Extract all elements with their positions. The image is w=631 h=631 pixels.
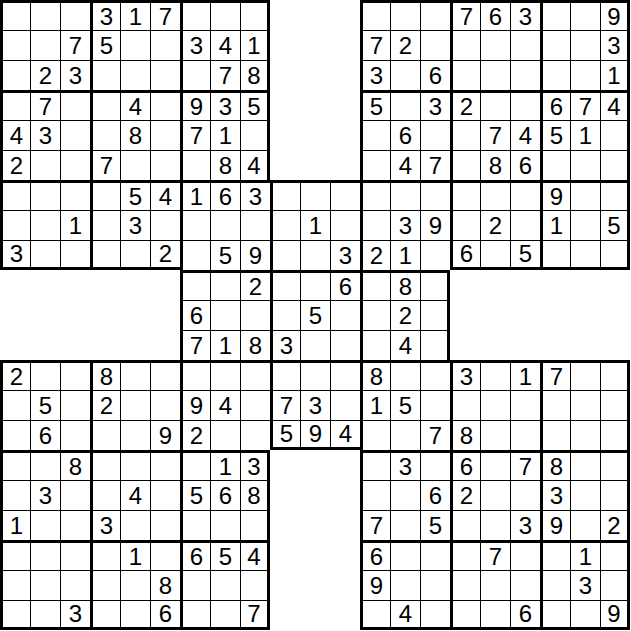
empty-cell-r18c18[interactable] (540, 540, 570, 570)
empty-cell-r20c1[interactable] (30, 600, 60, 630)
empty-cell-r8c6[interactable] (180, 240, 210, 270)
void-area (270, 480, 300, 510)
given-digit-cell-r1c20: 3 (600, 30, 630, 60)
void-area (480, 270, 510, 300)
empty-cell-r17c19[interactable] (570, 510, 600, 540)
empty-cell-r18c0[interactable] (0, 540, 30, 570)
empty-cell-r8c20[interactable] (600, 240, 630, 270)
given-digit-cell-r4c7: 1 (210, 120, 240, 150)
empty-cell-r2c15[interactable] (450, 60, 480, 90)
empty-cell-r6c0[interactable] (0, 180, 30, 210)
empty-cell-r2c16[interactable] (480, 60, 510, 90)
void-area (120, 270, 150, 300)
empty-cell-r1c4[interactable] (120, 30, 150, 60)
empty-cell-r12c7[interactable] (210, 360, 240, 390)
empty-cell-r3c0[interactable] (0, 90, 30, 120)
empty-cell-r6c2[interactable] (60, 180, 90, 210)
empty-cell-r19c14[interactable] (420, 570, 450, 600)
given-digit-cell-r16c7: 6 (210, 480, 240, 510)
empty-cell-r3c16[interactable] (480, 90, 510, 120)
empty-cell-r7c7[interactable] (210, 210, 240, 240)
empty-cell-r19c18[interactable] (540, 570, 570, 600)
empty-cell-r6c20[interactable] (600, 180, 630, 210)
empty-cell-r7c0[interactable] (0, 210, 30, 240)
empty-cell-r19c13[interactable] (390, 570, 420, 600)
given-digit-cell-r13c10: 3 (300, 390, 330, 420)
empty-cell-r0c13[interactable] (390, 0, 420, 30)
empty-cell-r17c8[interactable] (240, 510, 270, 540)
empty-cell-r16c19[interactable] (570, 480, 600, 510)
empty-cell-r12c5[interactable] (150, 360, 180, 390)
empty-cell-r4c5[interactable] (150, 120, 180, 150)
given-digit-cell-r8c13: 1 (390, 240, 420, 270)
given-digit-cell-r8c11: 3 (330, 240, 360, 270)
empty-cell-r19c17[interactable] (510, 570, 540, 600)
empty-cell-r1c14[interactable] (420, 30, 450, 60)
empty-cell-r20c12[interactable] (360, 600, 390, 630)
given-digit-cell-r5c7: 8 (210, 150, 240, 180)
empty-cell-r2c13[interactable] (390, 60, 420, 90)
empty-cell-r13c4[interactable] (120, 390, 150, 420)
empty-cell-r18c15[interactable] (450, 540, 480, 570)
empty-cell-r9c7[interactable] (210, 270, 240, 300)
empty-cell-r0c7[interactable] (210, 0, 240, 30)
empty-cell-r5c2[interactable] (60, 150, 90, 180)
empty-cell-r16c13[interactable] (390, 480, 420, 510)
void-area (300, 30, 330, 60)
empty-cell-r20c0[interactable] (0, 600, 30, 630)
empty-cell-r12c16[interactable] (480, 360, 510, 390)
empty-cell-r15c6[interactable] (180, 450, 210, 480)
empty-cell-r12c8[interactable] (240, 360, 270, 390)
empty-cell-r2c6[interactable] (180, 60, 210, 90)
empty-cell-r7c12[interactable] (360, 210, 390, 240)
empty-cell-r8c14[interactable] (420, 240, 450, 270)
empty-cell-r6c11[interactable] (330, 180, 360, 210)
empty-cell-r12c10[interactable] (300, 360, 330, 390)
given-digit-cell-r6c4: 5 (120, 180, 150, 210)
given-digit-cell-r8c12: 2 (360, 240, 390, 270)
empty-cell-r8c18[interactable] (540, 240, 570, 270)
empty-cell-r4c14[interactable] (420, 120, 450, 150)
empty-cell-r0c1[interactable] (30, 0, 60, 30)
empty-cell-r15c20[interactable] (600, 450, 630, 480)
empty-cell-r20c4[interactable] (120, 600, 150, 630)
given-digit-cell-r19c5: 8 (150, 570, 180, 600)
empty-cell-r17c15[interactable] (450, 510, 480, 540)
given-digit-cell-r5c17: 6 (510, 150, 540, 180)
given-digit-cell-r18c8: 4 (240, 540, 270, 570)
given-digit-cell-r18c4: 1 (120, 540, 150, 570)
empty-cell-r0c2[interactable] (60, 0, 90, 30)
given-digit-cell-r8c0: 3 (0, 240, 30, 270)
given-digit-cell-r8c5: 2 (150, 240, 180, 270)
given-digit-cell-r4c0: 4 (0, 120, 30, 150)
empty-cell-r17c13[interactable] (390, 510, 420, 540)
empty-cell-r6c10[interactable] (300, 180, 330, 210)
void-area (90, 330, 120, 360)
empty-cell-r7c1[interactable] (30, 210, 60, 240)
empty-cell-r8c16[interactable] (480, 240, 510, 270)
empty-cell-r20c16[interactable] (480, 600, 510, 630)
empty-cell-r15c4[interactable] (120, 450, 150, 480)
empty-cell-r13c8[interactable] (240, 390, 270, 420)
void-area (300, 510, 330, 540)
empty-cell-r1c16[interactable] (480, 30, 510, 60)
empty-cell-r2c5[interactable] (150, 60, 180, 90)
empty-cell-r15c12[interactable] (360, 450, 390, 480)
empty-cell-r20c18[interactable] (540, 600, 570, 630)
empty-cell-r9c6[interactable] (180, 270, 210, 300)
empty-cell-r8c19[interactable] (570, 240, 600, 270)
empty-cell-r14c12[interactable] (360, 420, 390, 450)
empty-cell-r5c19[interactable] (570, 150, 600, 180)
void-area (60, 300, 90, 330)
empty-cell-r15c3[interactable] (90, 450, 120, 480)
void-area (300, 120, 330, 150)
empty-cell-r19c0[interactable] (0, 570, 30, 600)
void-area (600, 300, 630, 330)
empty-cell-r17c5[interactable] (150, 510, 180, 540)
empty-cell-r7c6[interactable] (180, 210, 210, 240)
empty-cell-r11c14[interactable] (420, 330, 450, 360)
empty-cell-r12c19[interactable] (570, 360, 600, 390)
given-digit-cell-r15c15: 6 (450, 450, 480, 480)
given-digit-cell-r16c1: 3 (30, 480, 60, 510)
given-digit-cell-r1c8: 1 (240, 30, 270, 60)
given-digit-cell-r5c14: 7 (420, 150, 450, 180)
empty-cell-r20c19[interactable] (570, 600, 600, 630)
empty-cell-r18c5[interactable] (150, 540, 180, 570)
empty-cell-r3c5[interactable] (150, 90, 180, 120)
empty-cell-r18c3[interactable] (90, 540, 120, 570)
given-digit-cell-r20c5: 6 (150, 600, 180, 630)
void-area (300, 540, 330, 570)
empty-cell-r3c17[interactable] (510, 90, 540, 120)
void-area (330, 60, 360, 90)
empty-cell-r11c11[interactable] (330, 330, 360, 360)
empty-cell-r20c3[interactable] (90, 600, 120, 630)
empty-cell-r5c4[interactable] (120, 150, 150, 180)
empty-cell-r17c2[interactable] (60, 510, 90, 540)
empty-cell-r19c7[interactable] (210, 570, 240, 600)
empty-cell-r6c13[interactable] (390, 180, 420, 210)
empty-cell-r15c0[interactable] (0, 450, 30, 480)
empty-cell-r6c14[interactable] (420, 180, 450, 210)
empty-cell-r13c11[interactable] (330, 390, 360, 420)
empty-cell-r14c7[interactable] (210, 420, 240, 450)
empty-cell-r1c15[interactable] (450, 30, 480, 60)
given-digit-cell-r19c19: 3 (570, 570, 600, 600)
empty-cell-r18c14[interactable] (420, 540, 450, 570)
void-area (30, 270, 60, 300)
given-digit-cell-r14c11: 4 (330, 420, 360, 450)
empty-cell-r12c11[interactable] (330, 360, 360, 390)
empty-cell-r14c17[interactable] (510, 420, 540, 450)
empty-cell-r3c3[interactable] (90, 90, 120, 120)
empty-cell-r13c2[interactable] (60, 390, 90, 420)
given-digit-cell-r20c2: 3 (60, 600, 90, 630)
void-area (300, 480, 330, 510)
empty-cell-r0c12[interactable] (360, 0, 390, 30)
empty-cell-r14c16[interactable] (480, 420, 510, 450)
given-digit-cell-r19c12: 9 (360, 570, 390, 600)
empty-cell-r15c1[interactable] (30, 450, 60, 480)
given-digit-cell-r13c12: 1 (360, 390, 390, 420)
empty-cell-r18c17[interactable] (510, 540, 540, 570)
empty-cell-r12c1[interactable] (30, 360, 60, 390)
given-digit-cell-r20c13: 4 (390, 600, 420, 630)
void-area (120, 300, 150, 330)
given-digit-cell-r10c10: 5 (300, 300, 330, 330)
given-digit-cell-r5c8: 4 (240, 150, 270, 180)
given-digit-cell-r4c19: 1 (570, 120, 600, 150)
empty-cell-r19c8[interactable] (240, 570, 270, 600)
empty-cell-r3c2[interactable] (60, 90, 90, 120)
empty-cell-r6c15[interactable] (450, 180, 480, 210)
empty-cell-r0c14[interactable] (420, 0, 450, 30)
empty-cell-r7c19[interactable] (570, 210, 600, 240)
empty-cell-r5c5[interactable] (150, 150, 180, 180)
empty-cell-r12c6[interactable] (180, 360, 210, 390)
empty-cell-r6c17[interactable] (510, 180, 540, 210)
empty-cell-r18c20[interactable] (600, 540, 630, 570)
void-area (510, 270, 540, 300)
given-digit-cell-r10c6: 6 (180, 300, 210, 330)
empty-cell-r13c17[interactable] (510, 390, 540, 420)
empty-cell-r10c11[interactable] (330, 300, 360, 330)
empty-cell-r9c12[interactable] (360, 270, 390, 300)
empty-cell-r10c9[interactable] (270, 300, 300, 330)
empty-cell-r13c15[interactable] (450, 390, 480, 420)
given-digit-cell-r9c13: 8 (390, 270, 420, 300)
void-area (60, 270, 90, 300)
void-area (270, 540, 300, 570)
empty-cell-r13c19[interactable] (570, 390, 600, 420)
empty-cell-r14c19[interactable] (570, 420, 600, 450)
empty-cell-r0c18[interactable] (540, 0, 570, 30)
empty-cell-r3c13[interactable] (390, 90, 420, 120)
empty-cell-r4c15[interactable] (450, 120, 480, 150)
empty-cell-r7c8[interactable] (240, 210, 270, 240)
void-area (330, 600, 360, 630)
empty-cell-r5c1[interactable] (30, 150, 60, 180)
empty-cell-r6c9[interactable] (270, 180, 300, 210)
empty-cell-r15c5[interactable] (150, 450, 180, 480)
empty-cell-r6c3[interactable] (90, 180, 120, 210)
empty-cell-r10c12[interactable] (360, 300, 390, 330)
empty-cell-r19c4[interactable] (120, 570, 150, 600)
empty-cell-r1c17[interactable] (510, 30, 540, 60)
given-digit-cell-r0c15: 7 (450, 0, 480, 30)
empty-cell-r7c5[interactable] (150, 210, 180, 240)
given-digit-cell-r6c18: 9 (540, 180, 570, 210)
empty-cell-r18c1[interactable] (30, 540, 60, 570)
void-area (570, 330, 600, 360)
empty-cell-r6c1[interactable] (30, 180, 60, 210)
empty-cell-r14c13[interactable] (390, 420, 420, 450)
empty-cell-r12c2[interactable] (60, 360, 90, 390)
void-area (330, 150, 360, 180)
empty-cell-r2c0[interactable] (0, 60, 30, 90)
empty-cell-r18c2[interactable] (60, 540, 90, 570)
empty-cell-r7c9[interactable] (270, 210, 300, 240)
empty-cell-r13c0[interactable] (0, 390, 30, 420)
void-area (90, 270, 120, 300)
empty-cell-r14c2[interactable] (60, 420, 90, 450)
empty-cell-r15c14[interactable] (420, 450, 450, 480)
empty-cell-r2c19[interactable] (570, 60, 600, 90)
empty-cell-r13c20[interactable] (600, 390, 630, 420)
empty-cell-r19c6[interactable] (180, 570, 210, 600)
empty-cell-r4c3[interactable] (90, 120, 120, 150)
samurai-sudoku-board: 3177639753417232378361749355326744387167… (0, 0, 630, 630)
empty-cell-r14c0[interactable] (0, 420, 30, 450)
empty-cell-r6c16[interactable] (480, 180, 510, 210)
empty-cell-r8c3[interactable] (90, 240, 120, 270)
given-digit-cell-r7c16: 2 (480, 210, 510, 240)
empty-cell-r8c10[interactable] (300, 240, 330, 270)
empty-cell-r4c2[interactable] (60, 120, 90, 150)
empty-cell-r8c4[interactable] (120, 240, 150, 270)
empty-cell-r14c8[interactable] (240, 420, 270, 450)
empty-cell-r17c4[interactable] (120, 510, 150, 540)
empty-cell-r5c6[interactable] (180, 150, 210, 180)
empty-cell-r10c14[interactable] (420, 300, 450, 330)
empty-cell-r1c5[interactable] (150, 30, 180, 60)
void-area (330, 540, 360, 570)
empty-cell-r0c0[interactable] (0, 0, 30, 30)
empty-cell-r16c16[interactable] (480, 480, 510, 510)
empty-cell-r5c20[interactable] (600, 150, 630, 180)
given-digit-cell-r16c18: 3 (540, 480, 570, 510)
given-digit-cell-r7c20: 5 (600, 210, 630, 240)
empty-cell-r14c20[interactable] (600, 420, 630, 450)
empty-cell-r0c19[interactable] (570, 0, 600, 30)
empty-cell-r8c1[interactable] (30, 240, 60, 270)
empty-cell-r7c15[interactable] (450, 210, 480, 240)
given-digit-cell-r5c3: 7 (90, 150, 120, 180)
given-digit-cell-r7c18: 1 (540, 210, 570, 240)
given-digit-cell-r3c14: 3 (420, 90, 450, 120)
given-digit-cell-r4c1: 3 (30, 120, 60, 150)
empty-cell-r9c9[interactable] (270, 270, 300, 300)
empty-cell-r10c8[interactable] (240, 300, 270, 330)
empty-cell-r9c10[interactable] (300, 270, 330, 300)
empty-cell-r19c20[interactable] (600, 570, 630, 600)
given-digit-cell-r2c12: 3 (360, 60, 390, 90)
empty-cell-r12c14[interactable] (420, 360, 450, 390)
empty-cell-r20c14[interactable] (420, 600, 450, 630)
empty-cell-r19c15[interactable] (450, 570, 480, 600)
empty-cell-r16c20[interactable] (600, 480, 630, 510)
void-area (450, 270, 480, 300)
empty-cell-r4c8[interactable] (240, 120, 270, 150)
empty-cell-r17c16[interactable] (480, 510, 510, 540)
given-digit-cell-r1c7: 4 (210, 30, 240, 60)
empty-cell-r16c3[interactable] (90, 480, 120, 510)
empty-cell-r12c9[interactable] (270, 360, 300, 390)
empty-cell-r19c16[interactable] (480, 570, 510, 600)
empty-cell-r11c12[interactable] (360, 330, 390, 360)
empty-cell-r1c0[interactable] (0, 30, 30, 60)
empty-cell-r18c13[interactable] (390, 540, 420, 570)
empty-cell-r17c1[interactable] (30, 510, 60, 540)
empty-cell-r1c19[interactable] (570, 30, 600, 60)
empty-cell-r19c2[interactable] (60, 570, 90, 600)
void-area (570, 300, 600, 330)
empty-cell-r16c17[interactable] (510, 480, 540, 510)
empty-cell-r12c4[interactable] (120, 360, 150, 390)
empty-cell-r0c8[interactable] (240, 0, 270, 30)
empty-cell-r1c18[interactable] (540, 30, 570, 60)
empty-cell-r13c16[interactable] (480, 390, 510, 420)
empty-cell-r6c19[interactable] (570, 180, 600, 210)
empty-cell-r14c3[interactable] (90, 420, 120, 450)
empty-cell-r13c18[interactable] (540, 390, 570, 420)
empty-cell-r7c17[interactable] (510, 210, 540, 240)
empty-cell-r15c16[interactable] (480, 450, 510, 480)
given-digit-cell-r3c19: 7 (570, 90, 600, 120)
empty-cell-r11c10[interactable] (300, 330, 330, 360)
given-digit-cell-r18c19: 1 (570, 540, 600, 570)
empty-cell-r16c2[interactable] (60, 480, 90, 510)
given-digit-cell-r14c6: 2 (180, 420, 210, 450)
empty-cell-r19c3[interactable] (90, 570, 120, 600)
empty-cell-r6c12[interactable] (360, 180, 390, 210)
empty-cell-r5c15[interactable] (450, 150, 480, 180)
empty-cell-r14c4[interactable] (120, 420, 150, 450)
empty-cell-r14c18[interactable] (540, 420, 570, 450)
empty-cell-r2c3[interactable] (90, 60, 120, 90)
empty-cell-r12c20[interactable] (600, 360, 630, 390)
empty-cell-r5c18[interactable] (540, 150, 570, 180)
empty-cell-r4c12[interactable] (360, 120, 390, 150)
given-digit-cell-r6c8: 3 (240, 180, 270, 210)
empty-cell-r13c5[interactable] (150, 390, 180, 420)
given-digit-cell-r17c20: 2 (600, 510, 630, 540)
empty-cell-r10c7[interactable] (210, 300, 240, 330)
empty-cell-r2c4[interactable] (120, 60, 150, 90)
empty-cell-r7c3[interactable] (90, 210, 120, 240)
empty-cell-r4c20[interactable] (600, 120, 630, 150)
empty-cell-r16c12[interactable] (360, 480, 390, 510)
empty-cell-r16c5[interactable] (150, 480, 180, 510)
empty-cell-r16c0[interactable] (0, 480, 30, 510)
empty-cell-r5c12[interactable] (360, 150, 390, 180)
empty-cell-r1c1[interactable] (30, 30, 60, 60)
empty-cell-r20c7[interactable] (210, 600, 240, 630)
empty-cell-r8c2[interactable] (60, 240, 90, 270)
empty-cell-r19c1[interactable] (30, 570, 60, 600)
empty-cell-r0c6[interactable] (180, 0, 210, 30)
empty-cell-r20c6[interactable] (180, 600, 210, 630)
empty-cell-r2c17[interactable] (510, 60, 540, 90)
empty-cell-r20c15[interactable] (450, 600, 480, 630)
empty-cell-r9c14[interactable] (420, 270, 450, 300)
void-area (540, 300, 570, 330)
empty-cell-r13c14[interactable] (420, 390, 450, 420)
empty-cell-r17c6[interactable] (180, 510, 210, 540)
empty-cell-r12c13[interactable] (390, 360, 420, 390)
empty-cell-r8c9[interactable] (270, 240, 300, 270)
empty-cell-r2c18[interactable] (540, 60, 570, 90)
given-digit-cell-r15c17: 7 (510, 450, 540, 480)
void-area (330, 0, 360, 30)
empty-cell-r7c11[interactable] (330, 210, 360, 240)
empty-cell-r15c19[interactable] (570, 450, 600, 480)
empty-cell-r17c7[interactable] (210, 510, 240, 540)
